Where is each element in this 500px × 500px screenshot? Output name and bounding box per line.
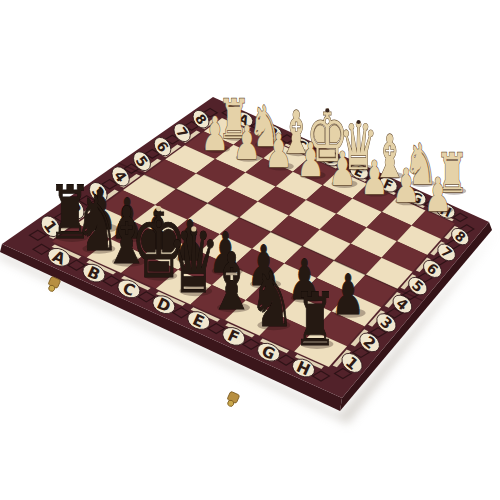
chess-set-photo: AA88BB77CC66DD55EE44FF33GG22HH11♜♞♝♚♛♝♞♜… bbox=[0, 0, 500, 500]
brass-clasp-2 bbox=[225, 391, 240, 408]
piece-black-bishop-f1: ♝ bbox=[208, 236, 255, 328]
piece-black-rook-h1: ♜ bbox=[293, 277, 337, 363]
piece-white-pawn-h7: ♟ bbox=[424, 167, 452, 221]
piece-white-pawn-a7: ♟ bbox=[201, 106, 229, 160]
piece-white-pawn-e7: ♟ bbox=[329, 141, 357, 195]
chessboard-scene: AA88BB77CC66DD55EE44FF33GG22HH11♜♞♝♚♛♝♞♜… bbox=[0, 0, 500, 500]
piece-white-pawn-g7: ♟ bbox=[392, 159, 420, 213]
piece-white-pawn-c7: ♟ bbox=[265, 124, 293, 178]
piece-white-pawn-b7: ♟ bbox=[233, 115, 261, 169]
piece-white-pawn-f7: ♟ bbox=[360, 150, 388, 204]
piece-white-pawn-d7: ♟ bbox=[297, 133, 325, 187]
finial-tip bbox=[191, 226, 196, 231]
finial-tip bbox=[357, 120, 361, 124]
piece-black-knight-g1: ♞ bbox=[249, 256, 294, 344]
finial-tip bbox=[156, 206, 161, 211]
finial-tip bbox=[325, 108, 329, 112]
